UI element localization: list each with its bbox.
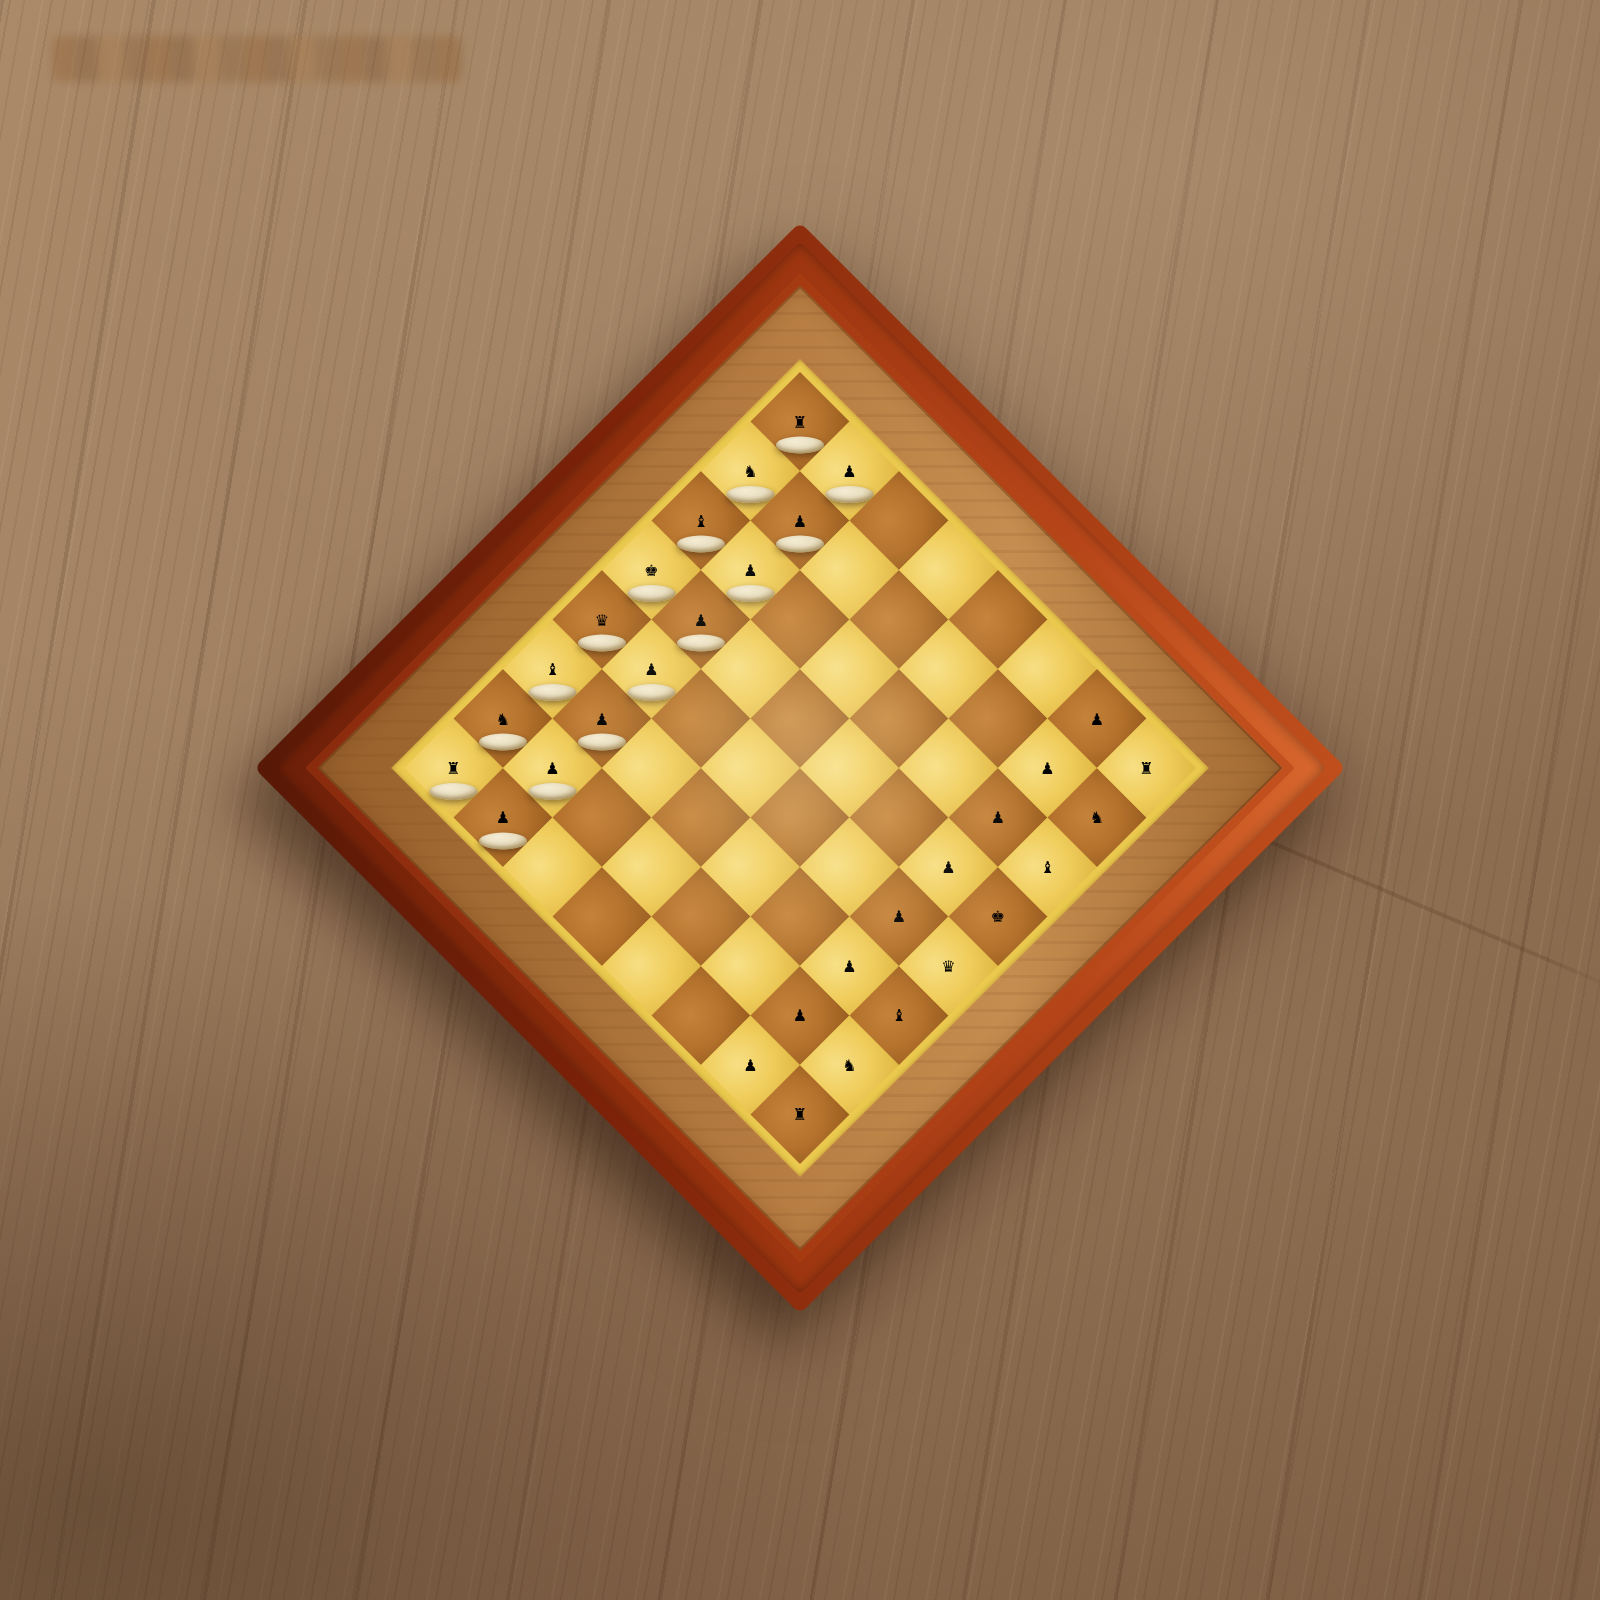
lacquer-frame-inner: ♜♞♝♛♚♝♞♜♟♟♟♟♟♟♟♟♟♟♟♟♟♟♟♟♜♞♝♛♚♝♞♜ [305,273,1295,1263]
black-rook-glyph: ♜ [793,412,807,431]
table-surface: ♜♞♝♛♚♝♞♜♟♟♟♟♟♟♟♟♟♟♟♟♟♟♟♟♜♞♝♛♚♝♞♜ [0,0,1600,1600]
white-knight-glyph: ♞ [842,1055,856,1074]
black-pawn-glyph: ♟ [793,511,807,530]
board-rotated-45deg: ♜♞♝♛♚♝♞♜♟♟♟♟♟♟♟♟♟♟♟♟♟♟♟♟♜♞♝♛♚♝♞♜ [254,222,1346,1314]
black-bishop-glyph: ♝ [694,511,708,530]
white-pawn-glyph: ♟ [842,956,856,975]
white-bishop-glyph: ♝ [892,1006,906,1025]
square-h1[interactable]: ♜ [1097,719,1196,818]
white-king-glyph: ♚ [991,907,1005,926]
white-pawn-glyph: ♟ [991,808,1005,827]
black-pawn-glyph: ♟ [842,462,856,481]
obscured-watermark [52,36,462,82]
white-pawn-glyph: ♟ [941,857,955,876]
black-bishop-glyph: ♝ [545,660,559,679]
black-pawn-glyph: ♟ [595,709,609,728]
lacquer-frame-outer: ♜♞♝♛♚♝♞♜♟♟♟♟♟♟♟♟♟♟♟♟♟♟♟♟♜♞♝♛♚♝♞♜ [254,222,1346,1314]
white-pawn-glyph: ♟ [892,907,906,926]
silver-rook-h1[interactable]: ♜ [1111,733,1181,803]
white-bishop-glyph: ♝ [1040,857,1054,876]
white-rook-glyph: ♜ [793,1105,807,1124]
white-knight-glyph: ♞ [1090,808,1104,827]
white-queen-glyph: ♛ [941,956,955,975]
white-pawn-glyph: ♟ [743,1055,757,1074]
black-king-glyph: ♚ [644,561,658,580]
black-pawn-glyph: ♟ [644,660,658,679]
black-pawn-glyph: ♟ [694,610,708,629]
black-queen-glyph: ♛ [595,610,609,629]
white-pawn-glyph: ♟ [1040,759,1054,778]
white-pawn-glyph: ♟ [793,1006,807,1025]
black-rook-glyph: ♜ [446,759,460,778]
black-knight-glyph: ♞ [743,462,757,481]
yellow-pinline-border: ♜♞♝♛♚♝♞♜♟♟♟♟♟♟♟♟♟♟♟♟♟♟♟♟♜♞♝♛♚♝♞♜ [391,359,1208,1176]
black-pawn-glyph: ♟ [545,759,559,778]
black-knight-glyph: ♞ [496,709,510,728]
lacquer-frame-molding: ♜♞♝♛♚♝♞♜♟♟♟♟♟♟♟♟♟♟♟♟♟♟♟♟♜♞♝♛♚♝♞♜ [274,242,1326,1294]
white-rook-glyph: ♜ [1139,759,1153,778]
chess-board: ♜♞♝♛♚♝♞♜♟♟♟♟♟♟♟♟♟♟♟♟♟♟♟♟♜♞♝♛♚♝♞♜ [404,372,1196,1164]
chess-board-box: ♜♞♝♛♚♝♞♜♟♟♟♟♟♟♟♟♟♟♟♟♟♟♟♟♜♞♝♛♚♝♞♜ [414,382,1186,1154]
black-pawn-glyph: ♟ [743,561,757,580]
black-pawn-glyph: ♟ [496,808,510,827]
walnut-margin: ♜♞♝♛♚♝♞♜♟♟♟♟♟♟♟♟♟♟♟♟♟♟♟♟♜♞♝♛♚♝♞♜ [318,286,1282,1250]
white-pawn-glyph: ♟ [1090,709,1104,728]
